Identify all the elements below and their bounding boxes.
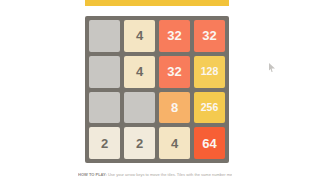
tile-4: 4 [124, 56, 155, 88]
tile-2: 2 [89, 127, 120, 159]
tile-128: 128 [194, 56, 225, 88]
instructions-label: HOW TO PLAY: [78, 172, 107, 177]
tile-4: 4 [124, 20, 155, 52]
tile-256: 256 [194, 92, 225, 124]
game-board[interactable]: 43232432128825622464 [85, 16, 229, 163]
empty-cell [89, 56, 120, 88]
mouse-cursor-icon [269, 63, 275, 72]
instructions-body: Use your arrow keys to move the tiles. T… [107, 172, 232, 177]
tile-32: 32 [159, 20, 190, 52]
tile-8: 8 [159, 92, 190, 124]
empty-cell [89, 20, 120, 52]
tile-32: 32 [159, 56, 190, 88]
tile-2: 2 [124, 127, 155, 159]
empty-cell [124, 92, 155, 124]
tile-64: 64 [194, 127, 225, 159]
empty-cell [89, 92, 120, 124]
tile-4: 4 [159, 127, 190, 159]
tile-32: 32 [194, 20, 225, 52]
header-bar [85, 0, 229, 6]
instructions-text: HOW TO PLAY: Use your arrow keys to move… [78, 172, 232, 177]
